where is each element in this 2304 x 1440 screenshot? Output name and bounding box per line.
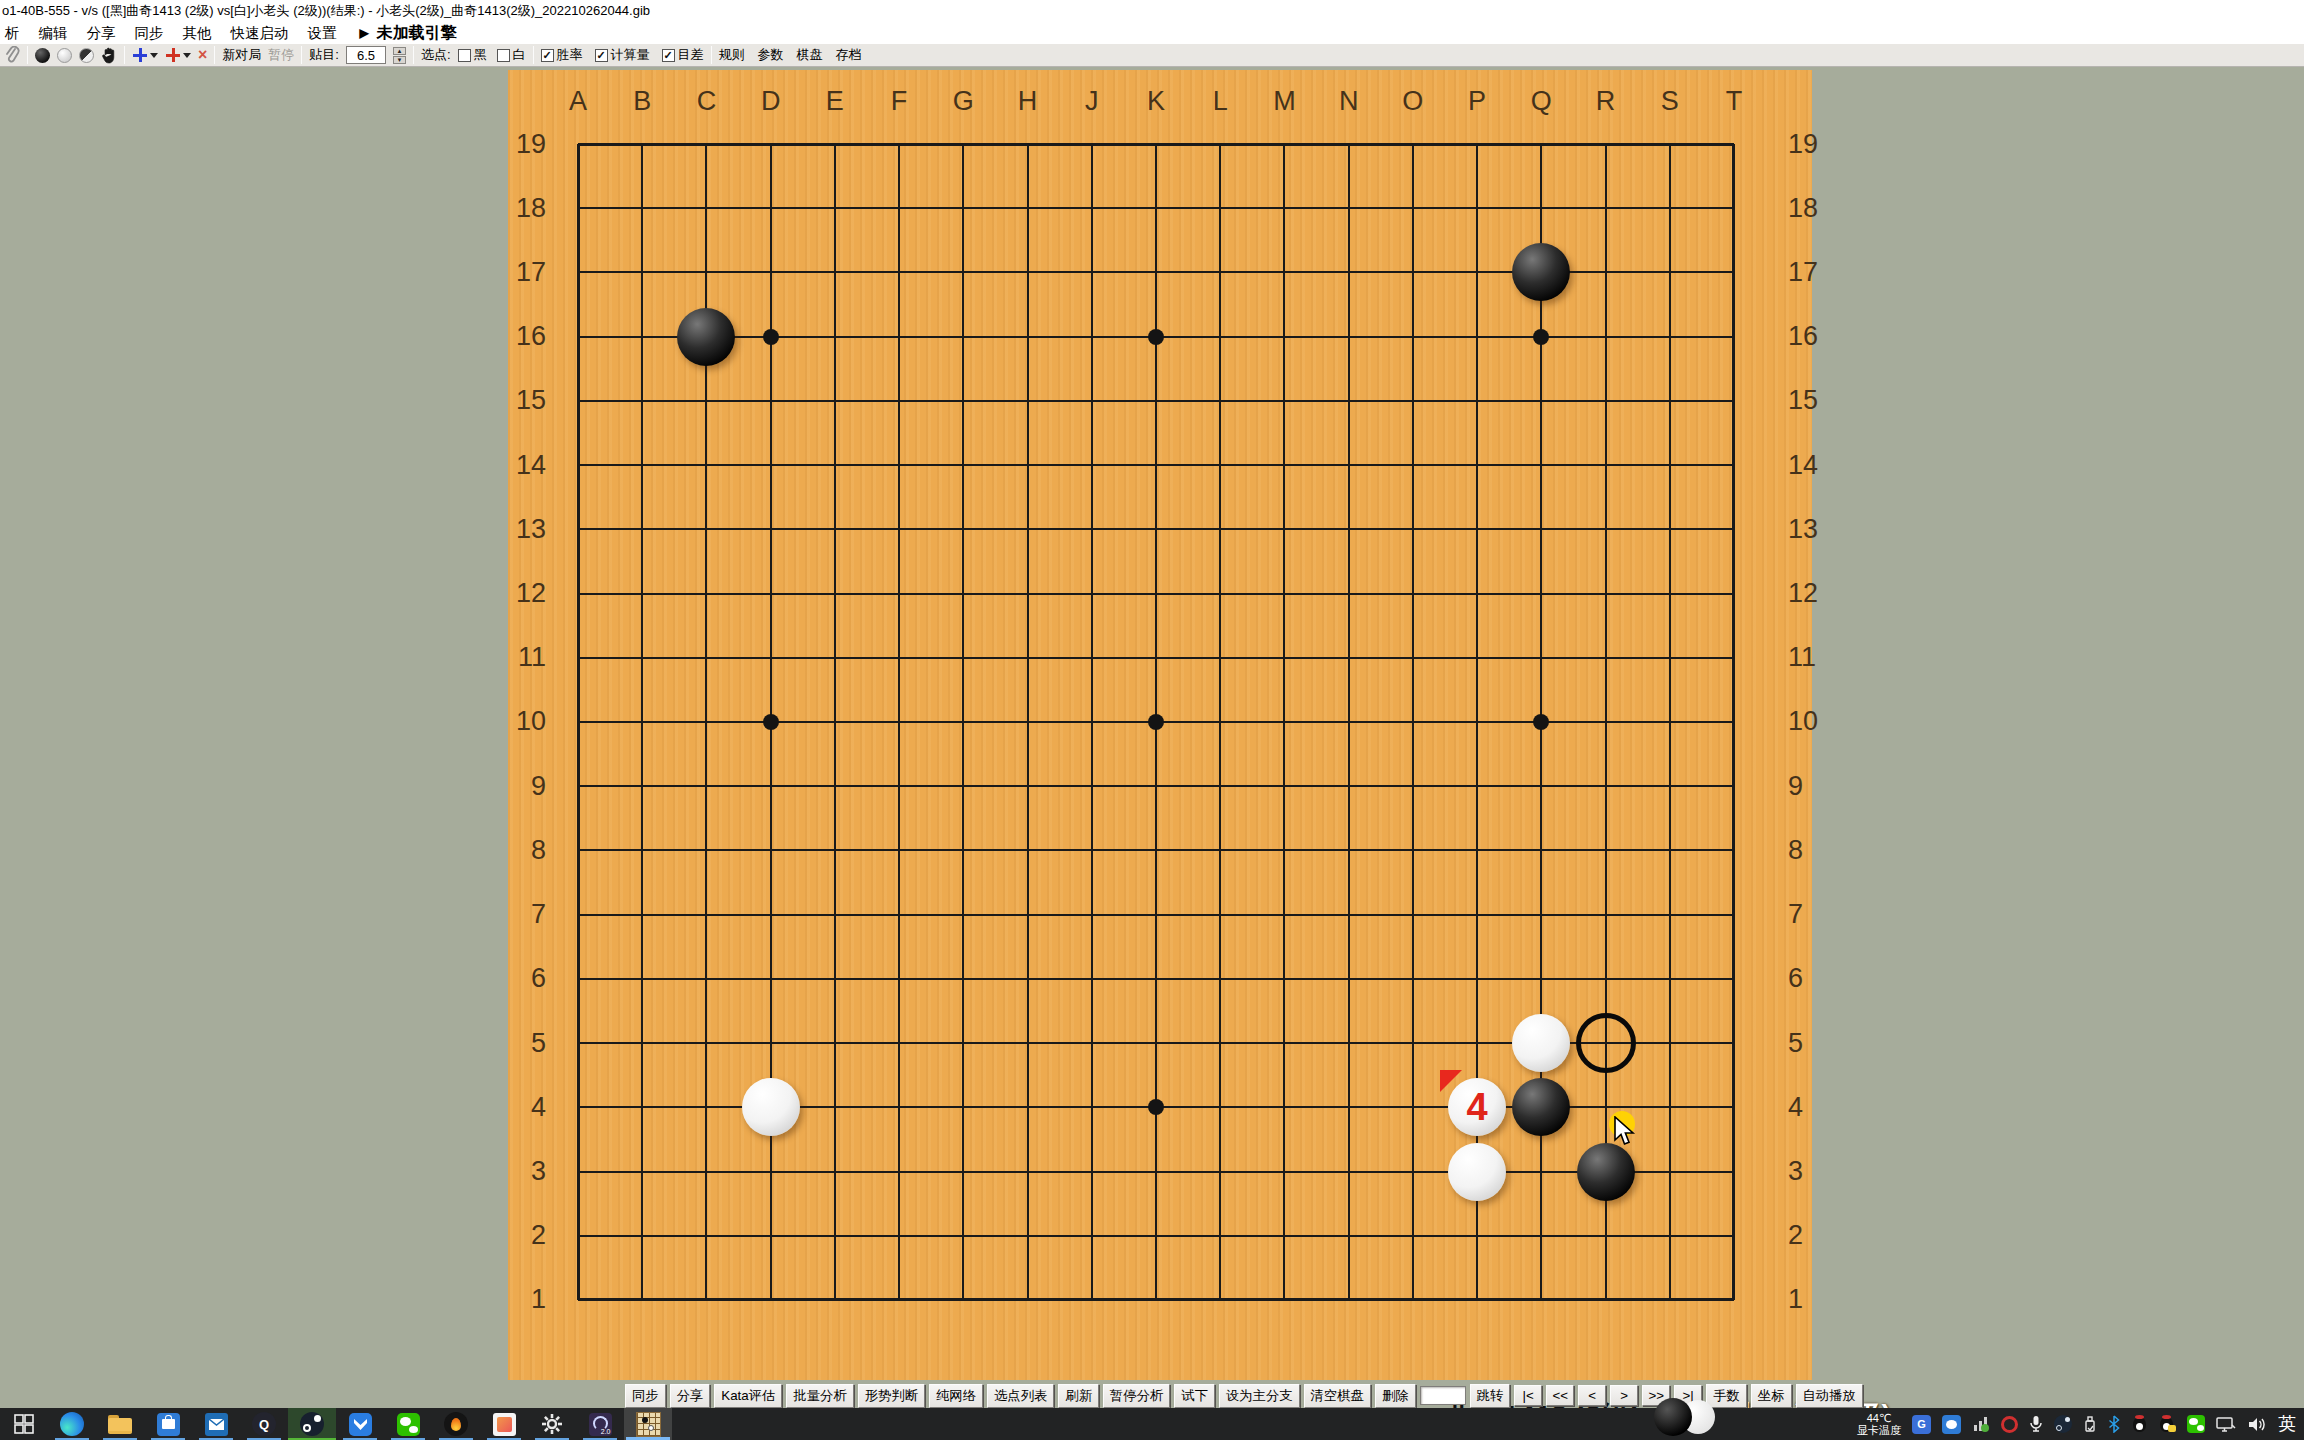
row-label: 8: [1774, 818, 1834, 882]
flame-app-icon: [444, 1412, 468, 1436]
star-point: [1148, 329, 1164, 345]
pause-button[interactable]: 暂停: [268, 46, 294, 64]
stone-black-Q17: [1512, 243, 1570, 301]
black-stone-tool-icon[interactable]: [35, 45, 50, 65]
komi-input[interactable]: [346, 46, 386, 64]
tray-icon-qq[interactable]: [2131, 1415, 2148, 1433]
gauge-2.0-icon: 2.0: [589, 1413, 612, 1436]
taskbar-app-edge[interactable]: [48, 1408, 96, 1440]
file-explorer-icon: [108, 1415, 132, 1434]
bottom-button-手数[interactable]: 手数: [1706, 1384, 1747, 1408]
bottom-button-删除[interactable]: 删除: [1375, 1384, 1416, 1408]
pick-option-label: 白: [513, 46, 526, 64]
bottom-button-分享[interactable]: 分享: [670, 1384, 711, 1408]
tray-icon-volume[interactable]: [2247, 1416, 2267, 1433]
taskbar-app-flame-app[interactable]: [432, 1408, 480, 1440]
pick-option-白[interactable]: 白: [497, 46, 526, 64]
dropdown-arrow-icon: [183, 53, 191, 58]
bottom-button-清空棋盘[interactable]: 清空棋盘: [1304, 1384, 1371, 1408]
taskbar-app-file-explorer[interactable]: [96, 1408, 144, 1440]
bottom-button-批量分析[interactable]: 批量分析: [786, 1384, 853, 1408]
window-title: o1-40B-555 - v/s ([黑]曲奇1413 (2级) vs[白]小老…: [2, 3, 650, 18]
settings-icon: [540, 1412, 564, 1436]
tray-icon-signal[interactable]: [1972, 1415, 1990, 1433]
bottom-button-设为主分支[interactable]: 设为主分支: [1219, 1384, 1300, 1408]
stone-white-P3: [1448, 1143, 1506, 1201]
spin-up-icon: ▲: [393, 47, 406, 55]
checkbox-icon[interactable]: [497, 49, 510, 62]
move-number-label: 4: [1448, 1078, 1506, 1136]
stone-white-D4: [742, 1078, 800, 1136]
bottom-button-试下[interactable]: 试下: [1174, 1384, 1215, 1408]
row-label: 5: [1774, 1011, 1834, 1075]
quark-browser-icon: Q: [252, 1412, 276, 1436]
tray-icon-record[interactable]: [2001, 1416, 2018, 1433]
bottom-button-坐标[interactable]: 坐标: [1751, 1384, 1792, 1408]
tray-icon-blue-face[interactable]: [1942, 1415, 1961, 1434]
menu-item-编辑[interactable]: 编辑: [39, 24, 68, 43]
system-tray: 44℃ 显卡温度 G 英: [1857, 1408, 2304, 1440]
go-board-app-icon: [636, 1412, 661, 1437]
row-label: 12: [1774, 561, 1834, 625]
checkbox-icon[interactable]: [458, 49, 471, 62]
wechat-icon: [397, 1413, 420, 1436]
eval-option-胜率[interactable]: ✓胜率: [541, 46, 583, 64]
menu-item-快速启动[interactable]: 快速启动: [231, 24, 289, 43]
row-label: 3: [1774, 1139, 1834, 1203]
tray-icon-wechat-tray[interactable]: [2187, 1415, 2205, 1433]
engine-status: ▶ 未加载引擎: [360, 23, 457, 44]
toolbar-separator: [413, 46, 414, 64]
pick-option-黑[interactable]: 黑: [458, 46, 487, 64]
bottom-button-选点列表[interactable]: 选点列表: [987, 1384, 1054, 1408]
stone-black-C16: [677, 308, 735, 366]
play-icon[interactable]: ▶: [360, 26, 369, 40]
komi-label: 贴目:: [309, 46, 339, 64]
bottom-button-暂停分析[interactable]: 暂停分析: [1103, 1384, 1170, 1408]
paperclip-icon[interactable]: [4, 45, 20, 65]
stone-white-Q5: [1512, 1014, 1570, 1072]
row-label: 17: [1774, 240, 1834, 304]
bottom-button-同步[interactable]: 同步: [625, 1384, 666, 1408]
taskbar-app-gauge-2.0[interactable]: 2.0: [576, 1408, 624, 1440]
row-label: 16: [1774, 305, 1834, 369]
row-label: 18: [1774, 176, 1834, 240]
row-label: 9: [1774, 754, 1834, 818]
pick-label: 选点:: [421, 46, 451, 64]
open-circle-marker: [1576, 1013, 1636, 1073]
row-label: 11: [1774, 626, 1834, 690]
taskbar-app-quark-browser[interactable]: Q: [240, 1408, 288, 1440]
menu-item-析[interactable]: 析: [5, 24, 20, 43]
nav-forward-button[interactable]: >: [1610, 1385, 1638, 1406]
tray-icon-microphone[interactable]: [2029, 1415, 2043, 1433]
toolbar-link-参数[interactable]: 参数: [758, 46, 784, 64]
eval-option-目差[interactable]: ✓目差: [662, 46, 704, 64]
star-point: [763, 714, 779, 730]
toolbar-separator: [533, 46, 534, 64]
checkbox-icon[interactable]: ✓: [541, 49, 554, 62]
ime-indicator[interactable]: 英: [2278, 1412, 2296, 1436]
toolbar-separator: [124, 46, 125, 64]
mouse-cursor-icon: [1612, 1116, 1638, 1146]
white-stone-tool-icon[interactable]: [57, 45, 72, 65]
menu-bar: 析编辑分享同步其他快速启动设置 ▶ 未加载引擎: [0, 22, 2304, 44]
eval-option-label: 胜率: [557, 46, 583, 64]
eval-option-label: 目差: [678, 46, 704, 64]
star-point: [1148, 1099, 1164, 1115]
gpu-temp: 44℃ 显卡温度: [1857, 1412, 1901, 1436]
row-label: 19: [1774, 112, 1834, 176]
tray-icon-bluetooth[interactable]: [2108, 1415, 2120, 1433]
stone-black-Q4: [1512, 1078, 1570, 1136]
tray-icon-usb[interactable]: [2083, 1415, 2097, 1433]
toolbar-separator: [214, 46, 215, 64]
row-label: 15: [1774, 369, 1834, 433]
jump-move-input[interactable]: [1420, 1386, 1466, 1405]
board-grid[interactable]: 4: [546, 112, 1766, 1332]
row-label: 10: [1774, 690, 1834, 754]
new-game-button[interactable]: 新对局: [222, 46, 261, 64]
blue-cross-tool-icon[interactable]: [132, 45, 158, 65]
engine-status-label: 未加载引擎: [377, 23, 457, 44]
menu-item-其他[interactable]: 其他: [183, 24, 212, 43]
eval-option-label: 计算量: [611, 46, 650, 64]
row-label: 6: [1774, 947, 1834, 1011]
star-point: [1148, 714, 1164, 730]
tray-icon-steam-tray[interactable]: [2054, 1415, 2072, 1433]
toolbar-separator: [27, 46, 28, 64]
menu-item-分享[interactable]: 分享: [87, 24, 116, 43]
tray-icon-g-helper[interactable]: G: [1912, 1415, 1931, 1434]
checkbox-icon[interactable]: ✓: [662, 49, 675, 62]
stone-white-P4: 4: [1448, 1078, 1506, 1136]
row-label: 1: [1774, 1268, 1834, 1332]
title-bar: o1-40B-555 - v/s ([黑]曲奇1413 (2级) vs[白]小老…: [0, 0, 2304, 22]
komi-spinner[interactable]: ▲▼: [393, 47, 406, 64]
go-board[interactable]: ABCDEFGHJKLMNOPQRST 19181716151413121110…: [508, 70, 1812, 1380]
star-point: [1533, 714, 1549, 730]
delete-mark-icon[interactable]: ×: [198, 45, 207, 65]
row-label: 7: [1774, 883, 1834, 947]
row-label: 13: [1774, 497, 1834, 561]
edge-icon: [60, 1412, 84, 1436]
toolbar-separator: [301, 46, 302, 64]
menu-item-设置[interactable]: 设置: [308, 24, 337, 43]
spin-down-icon: ▼: [393, 56, 406, 64]
taskbar-app-thunder[interactable]: [336, 1408, 384, 1440]
toolbar-separator: [711, 46, 712, 64]
nav-first-button[interactable]: |<: [1514, 1385, 1542, 1406]
taskbar-app-start[interactable]: [0, 1408, 48, 1440]
checkbox-icon[interactable]: ✓: [595, 49, 608, 62]
pick-option-label: 黑: [474, 46, 487, 64]
hand-tool-icon[interactable]: [101, 45, 117, 65]
taskbar-app-go-board-app[interactable]: [624, 1408, 672, 1440]
taskbar-app-steam[interactable]: [288, 1408, 336, 1440]
row-label: 2: [1774, 1204, 1834, 1268]
row-label: 14: [1774, 433, 1834, 497]
row-label: 4: [1774, 1075, 1834, 1139]
toolbar-link-规则[interactable]: 规则: [719, 46, 745, 64]
steam-icon: [300, 1412, 324, 1436]
nav-fast-back-button[interactable]: <<: [1546, 1385, 1574, 1406]
main-toolbar: × 新对局 暂停 贴目: ▲▼ 选点: 黑白 ✓胜率✓计算量✓目差 规则参数棋盘…: [0, 44, 2304, 67]
bottom-button-自动播放[interactable]: 自动播放: [1796, 1384, 1863, 1408]
taskbar-app-mail[interactable]: [192, 1408, 240, 1440]
taskbar-app-photos[interactable]: [480, 1408, 528, 1440]
photos-icon: [493, 1413, 516, 1436]
bottom-button-刷新[interactable]: 刷新: [1058, 1384, 1099, 1408]
taskbar-app-settings[interactable]: [528, 1408, 576, 1440]
ms-store-icon: [157, 1413, 180, 1436]
stone-black-R3: [1577, 1143, 1635, 1201]
start-icon: [13, 1413, 35, 1435]
bottom-button-形势判断[interactable]: 形势判断: [858, 1384, 925, 1408]
mail-icon: [205, 1413, 228, 1436]
tray-icon-qq-message[interactable]: [2159, 1415, 2176, 1433]
star-point: [763, 329, 779, 345]
bottom-button-纯网络[interactable]: 纯网络: [929, 1384, 983, 1408]
toolbar-link-棋盘[interactable]: 棋盘: [797, 46, 823, 64]
taskbar-app-ms-store[interactable]: [144, 1408, 192, 1440]
eval-option-计算量[interactable]: ✓计算量: [595, 46, 650, 64]
thunder-icon: [349, 1413, 372, 1436]
taskbar-app-wechat[interactable]: [384, 1408, 432, 1440]
jump-button[interactable]: 跳转: [1470, 1384, 1511, 1408]
star-point: [1533, 329, 1549, 345]
bottom-button-Kata评估[interactable]: Kata评估: [714, 1384, 782, 1408]
toolbar-link-存档[interactable]: 存档: [836, 46, 862, 64]
taskbar: Q2.0 44℃ 显卡温度 G 英: [0, 1408, 2304, 1440]
menu-item-同步[interactable]: 同步: [135, 24, 164, 43]
nav-back-button[interactable]: <: [1578, 1385, 1606, 1406]
alternate-stone-tool-icon[interactable]: [79, 45, 94, 65]
red-cross-tool-icon[interactable]: [165, 45, 191, 65]
tray-icon-network-monitor[interactable]: [2216, 1416, 2236, 1433]
row-labels-right: 19181716151413121110987654321: [1774, 112, 1834, 1332]
dropdown-arrow-icon: [150, 53, 158, 58]
